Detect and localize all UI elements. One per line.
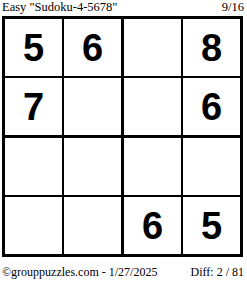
cell-r2c1-given: 7 [5,78,64,138]
copyright-text: ©grouppuzzles.com - 1/27/2025 [2,265,157,279]
cell-r1c3-empty[interactable] [124,19,183,78]
footer: ©grouppuzzles.com - 1/27/2025 Diff: 2 / … [2,265,244,279]
difficulty-text: Diff: 2 / 81 [191,265,244,279]
cell-r3c4-empty[interactable] [183,138,240,197]
cell-r4c1-empty[interactable] [5,197,64,254]
cell-r2c3-empty[interactable] [124,78,183,138]
cell-r3c3-empty[interactable] [124,138,183,197]
cell-r4c3-given: 6 [124,197,183,254]
puzzle-title: Easy "Sudoku-4-5678" [2,0,117,14]
puzzle-page: Easy "Sudoku-4-5678" 9/16 5687665 ©group… [0,0,247,282]
cell-r4c2-empty[interactable] [64,197,124,254]
cell-r1c4-given: 8 [183,19,240,78]
cell-r1c1-given: 5 [5,19,64,78]
cell-r3c2-empty[interactable] [64,138,124,197]
cell-r3c1-empty[interactable] [5,138,64,197]
header: Easy "Sudoku-4-5678" 9/16 [2,0,244,14]
sudoku-board: 5687665 [2,16,243,257]
cell-r2c4-given: 6 [183,78,240,138]
page-indicator: 9/16 [222,0,244,14]
cell-r1c2-given: 6 [64,19,124,78]
cell-r2c2-empty[interactable] [64,78,124,138]
cell-r4c4-given: 5 [183,197,240,254]
